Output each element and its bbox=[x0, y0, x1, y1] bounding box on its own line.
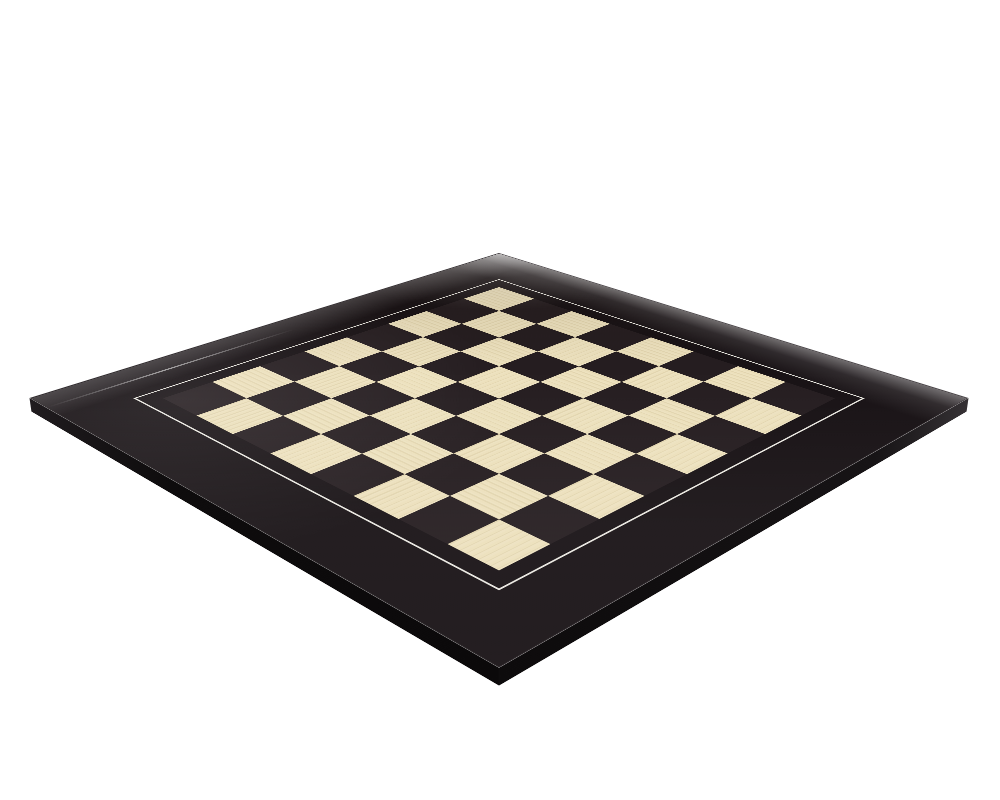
board-square bbox=[271, 434, 362, 474]
chess-board bbox=[29, 253, 968, 668]
board-square bbox=[450, 474, 547, 519]
playing-field bbox=[163, 287, 835, 570]
board-square bbox=[453, 434, 544, 474]
board-square bbox=[283, 398, 369, 434]
board-square bbox=[370, 398, 456, 434]
board-square bbox=[593, 453, 687, 495]
board-square bbox=[499, 496, 599, 544]
board-square bbox=[588, 416, 677, 454]
board-square bbox=[447, 519, 550, 570]
board-square bbox=[542, 398, 628, 434]
board-square bbox=[353, 474, 450, 519]
board-square bbox=[405, 453, 499, 495]
board-square bbox=[321, 416, 410, 454]
board-square bbox=[311, 453, 405, 495]
board-square bbox=[410, 416, 499, 454]
board-square bbox=[499, 416, 588, 454]
product-photo bbox=[0, 0, 1000, 800]
board-square bbox=[399, 496, 499, 544]
board-square bbox=[628, 398, 714, 434]
board-square bbox=[499, 453, 593, 495]
board-square bbox=[197, 398, 283, 434]
board-top-surface bbox=[29, 253, 968, 668]
board-square bbox=[456, 398, 542, 434]
board-square bbox=[636, 434, 727, 474]
board-square bbox=[677, 416, 766, 454]
board-square bbox=[362, 434, 453, 474]
board-square bbox=[715, 398, 801, 434]
board-square bbox=[545, 434, 636, 474]
board-square bbox=[233, 416, 322, 454]
board-square bbox=[548, 474, 645, 519]
